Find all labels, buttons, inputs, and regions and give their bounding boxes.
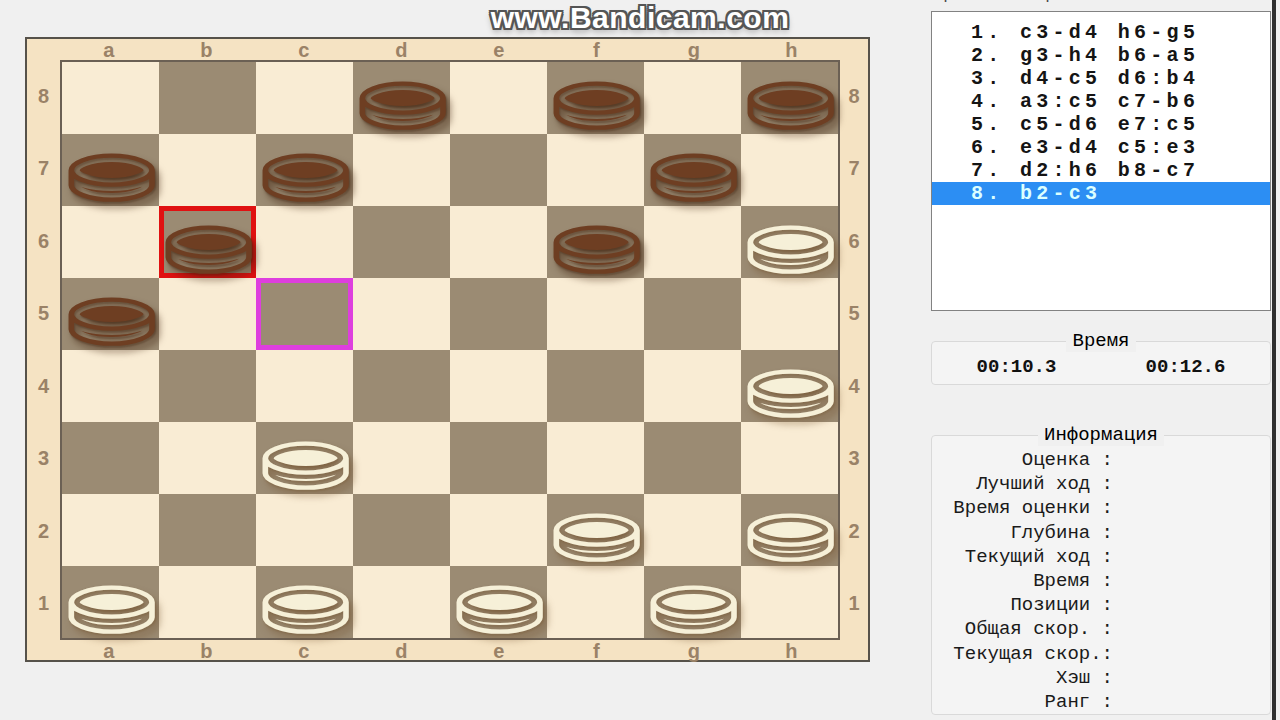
white-man-piece[interactable]: ⛂ xyxy=(743,200,839,288)
rank-label-7: 7 xyxy=(840,133,868,206)
info-label-6: Позиции : xyxy=(1010,594,1113,616)
file-label-d: d xyxy=(353,640,451,663)
black-man-piece[interactable]: ⛂ xyxy=(258,128,354,216)
rank-label-6: 6 xyxy=(840,205,868,278)
square-d6[interactable] xyxy=(353,206,450,278)
rank-label-3: 3 xyxy=(840,423,868,496)
rank-label-1: 1 xyxy=(27,568,60,641)
square-h4[interactable]: ⛂ xyxy=(741,350,838,422)
rank-labels-right: 87654321 xyxy=(840,60,868,640)
info-label-0: Оценка : xyxy=(1022,449,1113,471)
square-e7[interactable] xyxy=(450,134,547,206)
square-e8[interactable] xyxy=(450,62,547,134)
rank-label-8: 8 xyxy=(27,60,60,133)
info-label-9: Хэш : xyxy=(1056,667,1113,689)
black-man-piece[interactable]: ⛂ xyxy=(355,56,451,144)
black-man-piece[interactable]: ⛂ xyxy=(64,128,160,216)
square-b2[interactable] xyxy=(159,494,256,566)
square-f2[interactable]: ⛂ xyxy=(547,494,644,566)
square-a3[interactable] xyxy=(62,422,159,494)
move-row-6[interactable]: 6. e3-d4 c5:e3 xyxy=(932,136,1270,159)
square-h6[interactable]: ⛂ xyxy=(741,206,838,278)
square-h8[interactable]: ⛂ xyxy=(741,62,838,134)
square-e5[interactable] xyxy=(450,278,547,350)
time-right-value: 00:12.6 xyxy=(1101,356,1270,378)
info-panel: Информация Оценка :Лучший ход :Время оце… xyxy=(931,424,1271,715)
rank-label-4: 4 xyxy=(840,350,868,423)
info-label-10: Ранг : xyxy=(1045,691,1113,713)
rank-label-7: 7 xyxy=(27,133,60,206)
black-man-piece[interactable]: ⛂ xyxy=(161,200,257,288)
window-right-edge xyxy=(1272,0,1276,720)
square-b3[interactable] xyxy=(159,422,256,494)
square-h2[interactable]: ⛂ xyxy=(741,494,838,566)
time-panel-title: Время xyxy=(1066,330,1135,352)
black-man-piece[interactable]: ⛂ xyxy=(549,56,645,144)
file-label-c: c xyxy=(255,39,353,62)
rank-label-5: 5 xyxy=(27,278,60,351)
rank-label-2: 2 xyxy=(840,495,868,568)
rank-label-1: 1 xyxy=(840,568,868,641)
app-window: www.Bandicam.com abcdefgh abcdefgh 87654… xyxy=(0,0,1280,720)
info-label-8: Текущая скор.: xyxy=(953,643,1113,665)
time-left-value: 00:10.3 xyxy=(932,356,1101,378)
square-d4[interactable] xyxy=(353,350,450,422)
board-frame: abcdefgh abcdefgh 87654321 87654321 ⛂⛂⛂⛂… xyxy=(25,37,870,662)
rank-labels-left: 87654321 xyxy=(27,60,60,640)
black-man-piece[interactable]: ⛂ xyxy=(64,272,160,360)
square-g1[interactable]: ⛂ xyxy=(644,566,741,638)
square-b4[interactable] xyxy=(159,350,256,422)
square-f8[interactable]: ⛂ xyxy=(547,62,644,134)
rank-label-5: 5 xyxy=(840,278,868,351)
square-e3[interactable] xyxy=(450,422,547,494)
file-label-b: b xyxy=(158,640,256,663)
rank-label-3: 3 xyxy=(27,423,60,496)
rank-label-6: 6 xyxy=(27,205,60,278)
white-man-piece[interactable]: ⛂ xyxy=(743,488,839,576)
info-row-9: Хэш : xyxy=(932,666,1270,690)
info-label-7: Общая скор. : xyxy=(965,618,1113,640)
info-panel-title: Информация xyxy=(1038,424,1164,446)
file-label-f: f xyxy=(548,640,646,663)
rank-label-8: 8 xyxy=(840,60,868,133)
black-man-piece[interactable]: ⛂ xyxy=(646,128,742,216)
move-panel-title: Протокол партии xyxy=(933,0,1173,4)
rank-label-2: 2 xyxy=(27,495,60,568)
info-row-3: Глубина : xyxy=(932,521,1270,545)
move-panel-title-clipped: Протокол партии xyxy=(933,0,1173,5)
time-panel: Время 00:10.3 00:12.6 xyxy=(931,330,1271,385)
square-d2[interactable] xyxy=(353,494,450,566)
white-man-piece[interactable]: ⛂ xyxy=(646,560,742,648)
square-f6[interactable]: ⛂ xyxy=(547,206,644,278)
move-row-7[interactable]: 7. d2:h6 b8-c7 xyxy=(932,159,1270,182)
file-label-b: b xyxy=(158,39,256,62)
info-row-4: Текущий ход : xyxy=(932,545,1270,569)
info-row-6: Позиции : xyxy=(932,593,1270,617)
info-row-10: Ранг : xyxy=(932,690,1270,714)
square-d1[interactable] xyxy=(353,566,450,638)
time-values: 00:10.3 00:12.6 xyxy=(932,356,1270,378)
info-row-8: Текущая скор.: xyxy=(932,642,1270,666)
square-g5[interactable] xyxy=(644,278,741,350)
move-row-2[interactable]: 2. g3-h4 b6-a5 xyxy=(932,44,1270,67)
info-row-5: Время : xyxy=(932,569,1270,593)
white-man-piece[interactable]: ⛂ xyxy=(452,560,548,648)
info-label-1: Лучший ход : xyxy=(976,473,1113,495)
square-c5[interactable] xyxy=(256,278,353,350)
file-label-g: g xyxy=(645,39,743,62)
white-man-piece[interactable]: ⛂ xyxy=(258,416,354,504)
white-man-piece[interactable]: ⛂ xyxy=(258,560,354,648)
info-label-5: Время : xyxy=(1033,570,1113,592)
move-row-8[interactable]: 8. b2-c3 xyxy=(932,182,1270,205)
move-list[interactable]: 1. c3-d4 h6-g52. g3-h4 b6-a53. d4-c5 d6:… xyxy=(931,11,1271,311)
square-g3[interactable] xyxy=(644,422,741,494)
black-man-piece[interactable]: ⛂ xyxy=(743,56,839,144)
info-row-0: Оценка : xyxy=(932,448,1270,472)
square-d3[interactable] xyxy=(353,422,450,494)
board[interactable]: ⛂⛂⛂⛂⛂⛂⛂⛂⛂⛂⛂⛂⛂⛂⛂⛂⛂⛂ xyxy=(60,60,840,640)
move-row-1[interactable]: 1. c3-d4 h6-g5 xyxy=(932,21,1270,44)
move-row-4[interactable]: 4. a3:c5 c7-b6 xyxy=(932,90,1270,113)
square-f4[interactable] xyxy=(547,350,644,422)
info-label-2: Время оценки : xyxy=(953,497,1113,519)
square-b1[interactable] xyxy=(159,566,256,638)
square-e6[interactable] xyxy=(450,206,547,278)
file-label-h: h xyxy=(743,640,841,663)
square-g4[interactable] xyxy=(644,350,741,422)
move-row-3[interactable]: 3. d4-c5 d6:b4 xyxy=(932,67,1270,90)
white-man-piece[interactable]: ⛂ xyxy=(743,344,839,432)
square-d5[interactable] xyxy=(353,278,450,350)
info-row-1: Лучший ход : xyxy=(932,472,1270,496)
info-label-4: Текущий ход : xyxy=(965,546,1113,568)
info-row-7: Общая скор. : xyxy=(932,617,1270,641)
white-man-piece[interactable]: ⛂ xyxy=(64,560,160,648)
info-rows: Оценка :Лучший ход :Время оценки :Глубин… xyxy=(932,448,1270,714)
bandicam-watermark: www.Bandicam.com xyxy=(440,1,840,35)
file-label-a: a xyxy=(60,39,158,62)
square-c7[interactable]: ⛂ xyxy=(256,134,353,206)
info-label-3: Глубина : xyxy=(1010,522,1113,544)
square-c1[interactable]: ⛂ xyxy=(256,566,353,638)
square-d8[interactable]: ⛂ xyxy=(353,62,450,134)
square-a7[interactable]: ⛂ xyxy=(62,134,159,206)
move-row-5[interactable]: 5. c5-d6 e7:c5 xyxy=(932,113,1270,136)
black-man-piece[interactable]: ⛂ xyxy=(549,200,645,288)
rank-label-4: 4 xyxy=(27,350,60,423)
square-b8[interactable] xyxy=(159,62,256,134)
file-label-e: e xyxy=(450,39,548,62)
square-e4[interactable] xyxy=(450,350,547,422)
square-e1[interactable]: ⛂ xyxy=(450,566,547,638)
square-a1[interactable]: ⛂ xyxy=(62,566,159,638)
info-row-2: Время оценки : xyxy=(932,496,1270,520)
square-c3[interactable]: ⛂ xyxy=(256,422,353,494)
square-b6[interactable]: ⛂ xyxy=(159,206,256,278)
white-man-piece[interactable]: ⛂ xyxy=(549,488,645,576)
square-a5[interactable]: ⛂ xyxy=(62,278,159,350)
square-g7[interactable]: ⛂ xyxy=(644,134,741,206)
